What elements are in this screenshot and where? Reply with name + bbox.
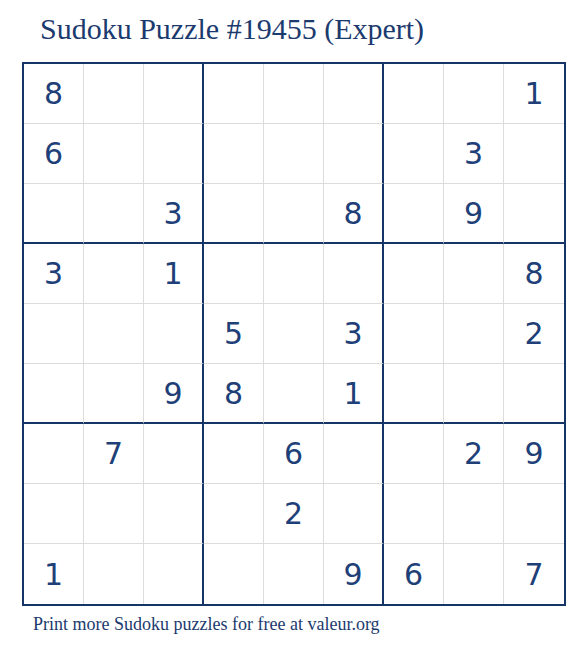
sudoku-cell[interactable] xyxy=(24,484,84,544)
sudoku-cell[interactable] xyxy=(84,124,144,184)
sudoku-cell[interactable] xyxy=(84,304,144,364)
sudoku-cell[interactable] xyxy=(384,424,444,484)
sudoku-cell[interactable]: 9 xyxy=(144,364,204,424)
sudoku-cell[interactable] xyxy=(24,424,84,484)
sudoku-cell[interactable] xyxy=(444,64,504,124)
sudoku-cell[interactable] xyxy=(324,244,384,304)
sudoku-cell[interactable]: 1 xyxy=(324,364,384,424)
sudoku-cell[interactable]: 2 xyxy=(504,304,564,364)
sudoku-cell[interactable]: 1 xyxy=(504,64,564,124)
footer-text: Print more Sudoku puzzles for free at va… xyxy=(33,614,380,635)
sudoku-cell[interactable]: 8 xyxy=(204,364,264,424)
sudoku-cell[interactable] xyxy=(144,484,204,544)
sudoku-cell[interactable]: 6 xyxy=(384,544,444,604)
sudoku-cell[interactable] xyxy=(84,364,144,424)
sudoku-cell[interactable] xyxy=(24,364,84,424)
sudoku-cell[interactable] xyxy=(384,184,444,244)
sudoku-cell[interactable] xyxy=(384,64,444,124)
sudoku-cell[interactable] xyxy=(204,424,264,484)
sudoku-cell[interactable]: 9 xyxy=(504,424,564,484)
sudoku-cell[interactable] xyxy=(444,484,504,544)
sudoku-cell[interactable]: 2 xyxy=(264,484,324,544)
sudoku-cell[interactable] xyxy=(84,64,144,124)
sudoku-cell[interactable]: 8 xyxy=(24,64,84,124)
sudoku-cell[interactable]: 8 xyxy=(324,184,384,244)
sudoku-cell[interactable]: 9 xyxy=(324,544,384,604)
sudoku-cell[interactable] xyxy=(204,544,264,604)
sudoku-cell[interactable] xyxy=(24,304,84,364)
sudoku-cell[interactable] xyxy=(504,184,564,244)
sudoku-cell[interactable]: 7 xyxy=(504,544,564,604)
sudoku-cell[interactable]: 1 xyxy=(24,544,84,604)
sudoku-cell[interactable] xyxy=(144,424,204,484)
sudoku-cell[interactable] xyxy=(324,484,384,544)
sudoku-cell[interactable]: 8 xyxy=(504,244,564,304)
sudoku-cell[interactable] xyxy=(264,184,324,244)
sudoku-cell[interactable]: 9 xyxy=(444,184,504,244)
sudoku-cell[interactable] xyxy=(264,364,324,424)
sudoku-cell[interactable] xyxy=(324,124,384,184)
sudoku-cell[interactable] xyxy=(204,244,264,304)
sudoku-cell[interactable] xyxy=(384,304,444,364)
sudoku-cell[interactable]: 1 xyxy=(144,244,204,304)
sudoku-cell[interactable] xyxy=(204,484,264,544)
sudoku-cell[interactable] xyxy=(144,64,204,124)
sudoku-cell[interactable] xyxy=(444,544,504,604)
puzzle-title: Sudoku Puzzle #19455 (Expert) xyxy=(40,12,424,46)
sudoku-cell[interactable]: 2 xyxy=(444,424,504,484)
sudoku-cell[interactable]: 5 xyxy=(204,304,264,364)
sudoku-cell[interactable] xyxy=(84,244,144,304)
sudoku-cell[interactable] xyxy=(264,544,324,604)
sudoku-cell[interactable] xyxy=(84,184,144,244)
sudoku-cell[interactable] xyxy=(84,544,144,604)
sudoku-cell[interactable] xyxy=(144,124,204,184)
sudoku-cell[interactable] xyxy=(444,364,504,424)
sudoku-cell[interactable] xyxy=(204,124,264,184)
sudoku-cell[interactable] xyxy=(384,244,444,304)
sudoku-cell[interactable] xyxy=(384,364,444,424)
sudoku-cell[interactable] xyxy=(144,304,204,364)
sudoku-cell[interactable] xyxy=(264,304,324,364)
sudoku-cell[interactable]: 6 xyxy=(24,124,84,184)
sudoku-cell[interactable] xyxy=(324,64,384,124)
sudoku-cell[interactable] xyxy=(384,124,444,184)
sudoku-cell[interactable]: 6 xyxy=(264,424,324,484)
sudoku-page: Sudoku Puzzle #19455 (Expert) 8163389318… xyxy=(0,0,580,651)
sudoku-board: 8163389318532981762921967 xyxy=(22,62,566,606)
sudoku-cell[interactable] xyxy=(84,484,144,544)
sudoku-cell[interactable] xyxy=(444,304,504,364)
sudoku-cell[interactable] xyxy=(144,544,204,604)
sudoku-cell[interactable]: 3 xyxy=(24,244,84,304)
sudoku-cell[interactable] xyxy=(324,424,384,484)
sudoku-cell[interactable]: 3 xyxy=(444,124,504,184)
sudoku-cell[interactable] xyxy=(504,364,564,424)
sudoku-cell[interactable] xyxy=(264,244,324,304)
sudoku-cell[interactable] xyxy=(264,124,324,184)
sudoku-cell[interactable] xyxy=(24,184,84,244)
sudoku-cell[interactable]: 7 xyxy=(84,424,144,484)
sudoku-cell[interactable]: 3 xyxy=(144,184,204,244)
sudoku-cell[interactable]: 3 xyxy=(324,304,384,364)
sudoku-cell[interactable] xyxy=(444,244,504,304)
sudoku-cell[interactable] xyxy=(264,64,324,124)
sudoku-cell[interactable] xyxy=(204,64,264,124)
sudoku-cell[interactable] xyxy=(384,484,444,544)
sudoku-cell[interactable] xyxy=(204,184,264,244)
sudoku-cell[interactable] xyxy=(504,484,564,544)
sudoku-cell[interactable] xyxy=(504,124,564,184)
